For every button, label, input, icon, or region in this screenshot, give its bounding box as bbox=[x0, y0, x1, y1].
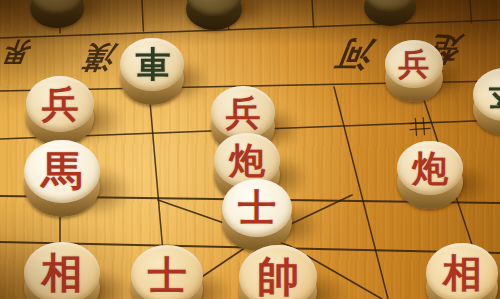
piece-glyph: 士 bbox=[238, 189, 276, 227]
piece-top-face: 馬 bbox=[24, 140, 100, 203]
piece-top-face: 炮 bbox=[397, 141, 463, 195]
piece-top-face: 士 bbox=[131, 245, 203, 299]
piece-glyph: 士 bbox=[148, 256, 187, 295]
piece-black-pawn-h4[interactable]: 卒 bbox=[473, 68, 500, 143]
piece-black-pawn-c6[interactable] bbox=[30, 0, 84, 36]
xiangqi-board-photo: 界 漢 河 楚 車卒兵兵兵炮炮馬士相士帥相 bbox=[0, 0, 500, 299]
piece-top-face: 車 bbox=[120, 38, 184, 91]
piece-top-face: 兵 bbox=[211, 86, 275, 139]
piece-glyph: 兵 bbox=[399, 49, 430, 80]
piece-top-face: 兵 bbox=[26, 76, 94, 132]
piece-top-face: 相 bbox=[24, 242, 100, 299]
piece-glyph: 馬 bbox=[42, 151, 83, 192]
piece-red-horse-c3[interactable]: 馬 bbox=[24, 140, 100, 225]
piece-glyph: 相 bbox=[42, 253, 83, 294]
piece-top-face: 兵 bbox=[385, 40, 443, 88]
piece-glyph: 炮 bbox=[229, 142, 265, 178]
piece-red-cannon-g3[interactable]: 炮 bbox=[397, 141, 463, 217]
pawn-point-marker bbox=[409, 117, 430, 135]
piece-red-advisor-d1[interactable]: 士 bbox=[131, 245, 203, 299]
piece-top-face: 相 bbox=[426, 243, 498, 299]
piece-glyph: 兵 bbox=[226, 95, 261, 130]
piece-top-face: 士 bbox=[222, 179, 292, 237]
piece-black-pawn-e6[interactable] bbox=[186, 0, 242, 38]
piece-black-chariot-d5[interactable]: 車 bbox=[120, 38, 184, 113]
piece-glyph: 帥 bbox=[257, 256, 299, 298]
piece-glyph: 卒 bbox=[488, 77, 500, 112]
piece-top-face: 帥 bbox=[239, 245, 317, 299]
piece-glyph: 兵 bbox=[42, 86, 79, 123]
piece-glyph: 炮 bbox=[412, 150, 448, 186]
piece-glyph: 相 bbox=[443, 254, 482, 293]
piece-red-elephant-g1[interactable]: 相 bbox=[426, 243, 498, 299]
piece-red-elephant-c1[interactable]: 相 bbox=[24, 242, 100, 299]
piece-glyph: 車 bbox=[135, 47, 170, 82]
piece-red-pawn-g5[interactable]: 兵 bbox=[385, 40, 443, 110]
piece-black-pawn-g6[interactable] bbox=[364, 0, 416, 34]
piece-red-general-e1[interactable]: 帥 bbox=[239, 245, 317, 299]
